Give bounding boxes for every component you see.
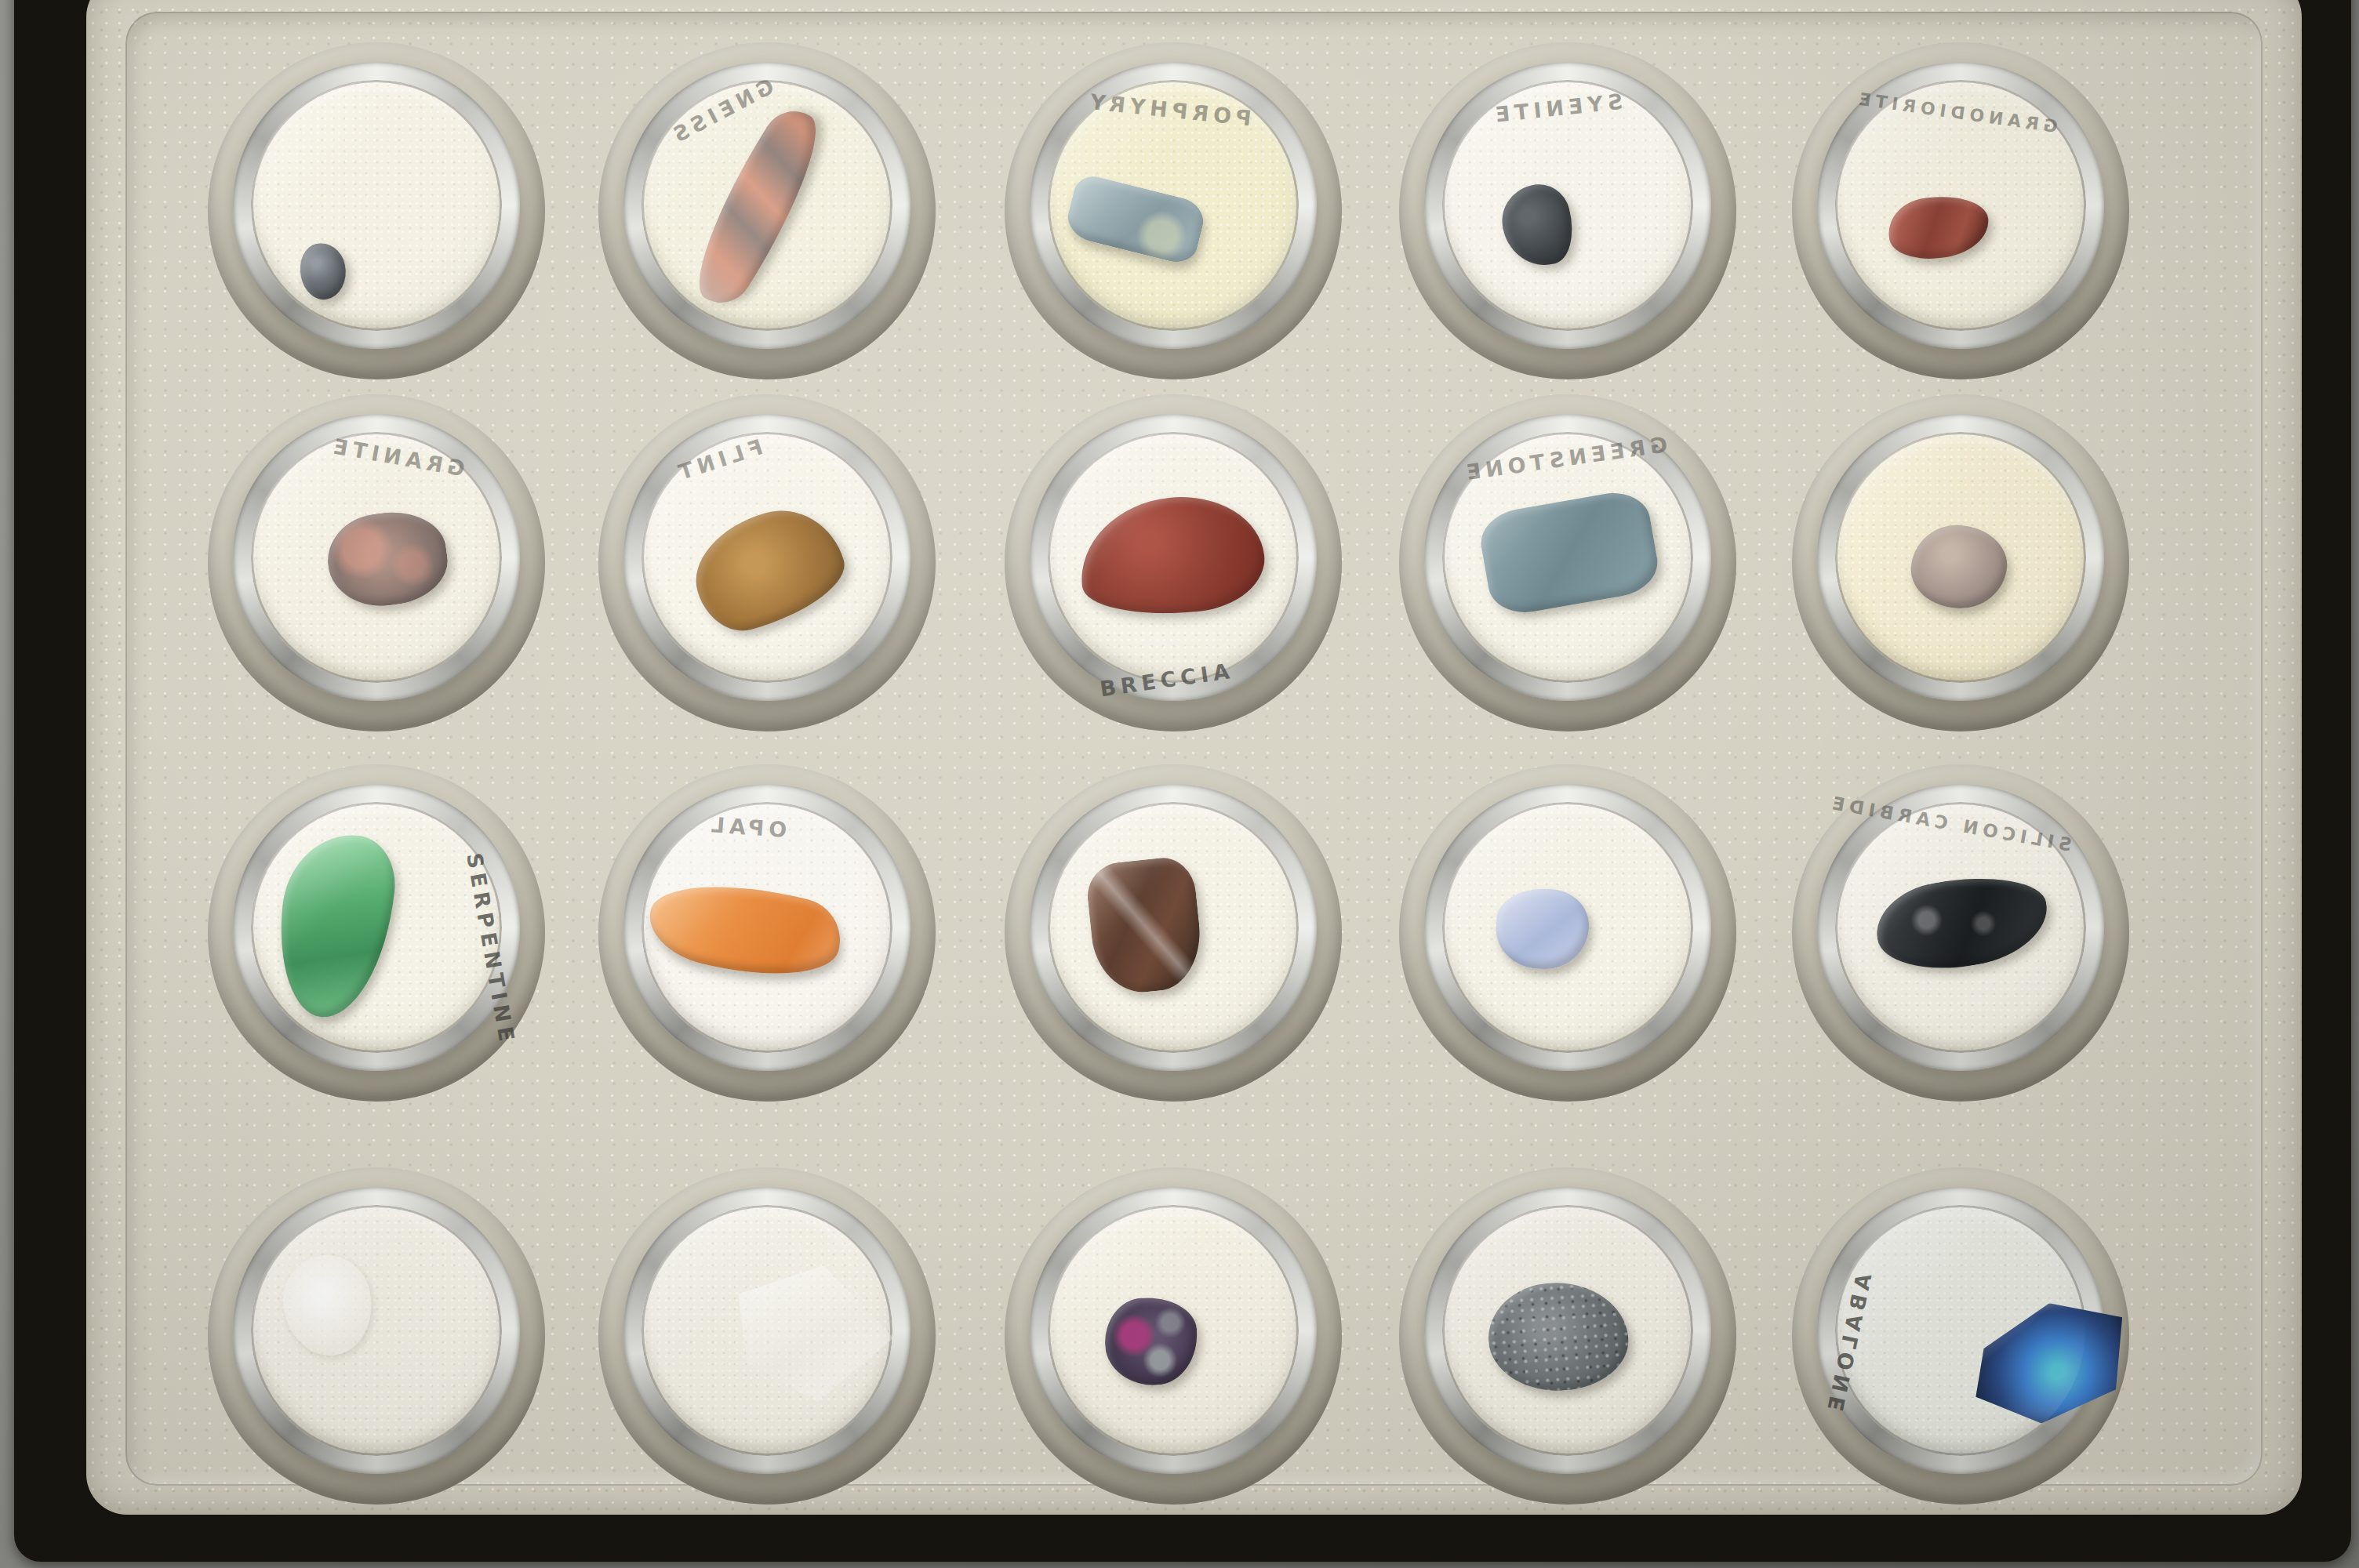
specimen-tin: SILICON CARBIDE (1817, 784, 2104, 1071)
specimen-container-r1c3: PORPHYRY (1005, 42, 1342, 379)
specimen-container-r2c3: BRECCIA (1005, 394, 1342, 731)
specimen-stone (1476, 487, 1663, 619)
specimen-container-r1c4: SYENITE (1399, 42, 1736, 379)
specimen-stone (271, 829, 400, 1023)
specimen-tin: BRECCIA (1030, 414, 1317, 701)
specimen-container-r4c5: ABALONE (1792, 1167, 2129, 1504)
tin-lid-foam (251, 1205, 502, 1456)
specimen-stone (1885, 192, 1991, 263)
specimen-container-r4c1 (208, 1167, 545, 1504)
specimen-stone (322, 505, 453, 613)
specimen-stone (1870, 865, 2055, 982)
tin-lid-foam (642, 80, 892, 331)
specimen-container-r4c2 (598, 1167, 936, 1504)
specimen-tin (1030, 1187, 1317, 1474)
specimen-container-r4c4 (1399, 1167, 1736, 1504)
specimen-tin: ABALONE (1817, 1187, 2104, 1474)
tin-lid-foam (642, 1205, 892, 1456)
specimen-stone (295, 239, 351, 303)
specimen-container-r3c5: SILICON CARBIDE (1792, 764, 2129, 1102)
specimen-stone (1102, 1294, 1201, 1388)
specimen-stone (1485, 1278, 1631, 1396)
tin-lid-foam (1835, 1205, 2086, 1456)
specimen-tin: OPAL (623, 784, 911, 1071)
specimen-tin (233, 1187, 520, 1474)
specimen-tin: GREENSTONE (1424, 414, 1711, 701)
specimen-container-r3c3 (1005, 764, 1342, 1102)
specimen-container-r1c2: GNEISS (598, 42, 936, 379)
specimen-container-r1c1 (208, 42, 545, 379)
specimen-tin (1424, 1187, 1711, 1474)
specimen-container-r2c2: FLINT (598, 394, 936, 731)
specimen-tin: GNEISS (623, 62, 911, 349)
specimen-container-r2c5 (1792, 394, 2129, 731)
specimen-tin: SERPENTINE (233, 784, 520, 1071)
specimen-tin: SYENITE (1424, 62, 1711, 349)
specimen-tin (233, 62, 520, 349)
tin-lid-foam (1048, 1205, 1299, 1456)
specimen-stone (1908, 522, 2009, 612)
containers-layer: GNEISSPORPHYRYSYENITEGRANODIORITEGRANITE… (0, 0, 2359, 1568)
specimen-tin: GRANODIORITE (1817, 62, 2104, 349)
specimen-stone (1074, 488, 1269, 623)
specimen-container-r1c5: GRANODIORITE (1792, 42, 2129, 379)
specimen-stone (276, 1248, 380, 1363)
specimen-container-r3c4 (1399, 764, 1736, 1102)
specimen-stone (1085, 855, 1206, 997)
tin-lid-foam (1048, 432, 1299, 683)
specimen-container-r2c4: GREENSTONE (1399, 394, 1736, 731)
tin-lid-foam (1048, 802, 1299, 1053)
specimen-tin: FLINT (623, 414, 911, 701)
specimen-container-r3c1: SERPENTINE (208, 764, 545, 1102)
photo-canvas: GNEISSPORPHYRYSYENITEGRANODIORITEGRANITE… (0, 0, 2359, 1568)
tin-lid-foam (251, 802, 502, 1053)
tin-lid-foam (251, 80, 502, 331)
specimen-tin: GRANITE (233, 414, 520, 701)
tin-lid-foam (1442, 1205, 1693, 1456)
tin-lid-foam (1835, 432, 2086, 683)
specimen-stone (1495, 178, 1582, 274)
specimen-container-r4c3 (1005, 1167, 1342, 1504)
rim-label: OPAL (706, 814, 787, 840)
specimen-stone (720, 1250, 905, 1415)
specimen-tin: PORPHYRY (1030, 62, 1317, 349)
specimen-stone (682, 495, 856, 641)
specimen-container-r3c2: OPAL (598, 764, 936, 1102)
specimen-tin (623, 1187, 911, 1474)
specimen-tin (1424, 784, 1711, 1071)
specimen-tin (1030, 784, 1317, 1071)
tin-lid-foam (1442, 802, 1693, 1053)
specimen-container-r2c1: GRANITE (208, 394, 545, 731)
specimen-stone (642, 863, 849, 995)
specimen-tin (1817, 414, 2104, 701)
specimen-stone (1495, 887, 1590, 971)
specimen-stone (1063, 172, 1209, 267)
